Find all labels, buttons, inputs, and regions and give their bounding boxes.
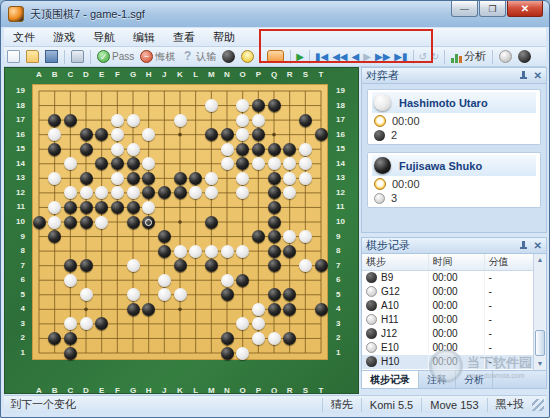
coord-letter-O-bottom: O [236,386,250,394]
move-coord: J12 [381,328,397,339]
orange-board-icon [267,50,284,63]
coord-letter-P-bottom: P [251,386,265,394]
coord-letter-D-top: D [79,70,93,79]
pass-button[interactable]: ✓ Pass [94,49,137,64]
move-time: 00:00 [428,313,484,327]
black-move-stone-icon [366,300,377,311]
menu-item-1[interactable]: 游戏 [44,28,84,47]
white-stone-K17 [174,114,187,127]
black-stone-Q4 [268,303,281,316]
coord-number-3-left: 3 [9,319,25,328]
minimize-button[interactable]: — [451,1,478,17]
black-stone-B15 [48,143,61,156]
coord-letter-E-top: E [95,70,109,79]
coord-letter-A-bottom: A [32,386,46,394]
tab-comments[interactable]: 注释 [419,371,456,388]
black-stone-Q13 [268,172,281,185]
white-stone-S15 [299,143,312,156]
coord-letter-L-top: L [189,70,203,79]
black-stone-icon [222,50,235,63]
move-row-B9[interactable]: B900:00- [362,271,546,285]
black-stone-N5 [221,288,234,301]
resign-button[interactable]: ? 认输 [178,49,219,65]
white-stone-P17 [252,114,265,127]
white-player-captures: 2 [391,129,397,141]
coord-letter-H-top: H [142,70,156,79]
lightbulb-icon [241,50,254,63]
coord-number-16-left: 16 [9,130,25,139]
black-stone-P16 [252,128,265,141]
coord-letter-C-top: C [63,70,77,79]
undo-label: 悔棋 [155,50,175,64]
white-player-stone-icon [374,94,391,111]
black-stone-G14 [127,157,140,170]
white-stone-D12 [80,186,93,199]
white-stone-F16 [111,128,124,141]
go-board-panel: AABBCCDDEEFFGGHHJJKKLLMMNNOOPPQQRRSSTT19… [4,67,359,394]
captured-black-stone-icon [374,130,385,141]
black-stone-D16 [80,128,93,141]
coord-number-10-left: 10 [9,217,25,226]
black-move-stone-icon [366,272,377,283]
white-stone-B11 [48,201,61,214]
white-stone-Q14 [268,157,281,170]
white-stone-C6 [64,274,77,287]
stone-toggle-button[interactable] [219,49,238,64]
white-stone-S9 [299,230,312,243]
coord-letter-R-top: R [283,70,297,79]
analyze-button[interactable]: 分析 [448,48,489,65]
coord-letter-P-top: P [251,70,265,79]
black-stone-Q9 [268,230,281,243]
black-stone-D13 [80,172,93,185]
white-stone-O1 [236,347,249,360]
white-player-name: Hashimoto Utaro [399,97,488,109]
black-ball-icon [518,50,531,63]
coord-number-17-right: 17 [336,115,352,124]
black-stone-M7 [205,259,218,272]
scrollbar[interactable]: ▲ ▼ [533,254,546,370]
white-stone-M8 [205,245,218,258]
menu-item-5[interactable]: 帮助 [204,28,244,47]
players-panel-title: 对弈者 [366,68,399,83]
pin-icon[interactable] [519,241,528,250]
fast-back-button[interactable]: ◀◀ [330,50,349,64]
close-button[interactable]: ✕ [507,1,543,17]
move-coord: H11 [381,314,399,325]
pin-icon[interactable] [519,71,528,80]
coord-number-11-left: 11 [9,202,25,211]
black-stone-J8 [158,245,171,258]
white-stone-M18 [205,99,218,112]
white-stone-N15 [221,143,234,156]
undo-arrow-button: ↺ [417,50,429,64]
coord-number-5-right: 5 [336,290,352,299]
coord-number-19-left: 19 [9,86,25,95]
white-stone-L8 [189,245,202,258]
save-button[interactable] [42,49,61,64]
coord-number-14-right: 14 [336,159,352,168]
black-stone-P18 [252,99,265,112]
coord-number-2-right: 2 [336,333,352,342]
black-stone-Q11 [268,201,281,214]
black-stone-G13 [127,172,140,185]
white-stone-N6 [221,274,234,287]
coord-number-6-left: 6 [9,275,25,284]
black-stone-M10 [205,216,218,229]
coord-letter-F-top: F [110,70,124,79]
move-time: 00:00 [428,355,484,369]
tab-move-record[interactable]: 棋步记录 [362,371,419,388]
black-stone-N2 [221,332,234,345]
panel-close-icon[interactable]: ✕ [534,70,542,81]
black-stone-N1 [221,347,234,360]
coord-number-8-right: 8 [336,246,352,255]
black-stone-C17 [64,114,77,127]
black-stone-O15 [236,143,249,156]
clock-icon [374,178,386,190]
scroll-down-icon[interactable]: ▼ [534,358,546,370]
coord-letter-M-bottom: M [204,386,218,394]
status-move-number: Move 153 [421,398,486,412]
coord-number-18-right: 18 [336,101,352,110]
new-file-button[interactable] [4,49,23,64]
white-stone-E10 [95,216,108,229]
coord-letter-J-bottom: J [157,386,171,394]
coord-number-9-left: 9 [9,232,25,241]
white-stone-G12 [127,186,140,199]
new-file-icon [7,50,20,63]
bar-chart-icon [451,51,462,63]
white-stone-M13 [205,172,218,185]
status-message: 到下一个变化 [4,397,322,412]
coord-number-16-right: 16 [336,130,352,139]
coord-letter-C-bottom: C [63,386,77,394]
menu-item-4[interactable]: 查看 [164,28,204,47]
coord-number-19-right: 19 [336,86,352,95]
coord-number-7-right: 7 [336,261,352,270]
scroll-thumb[interactable] [535,330,545,356]
black-stone-T16 [315,128,328,141]
coord-number-10-right: 10 [336,217,352,226]
tab-analysis[interactable]: 分析 [456,371,493,388]
white-stone-D3 [80,317,93,330]
white-stone-O8 [236,245,249,258]
undo-minus-icon: − [140,50,153,63]
black-stone-N16 [221,128,234,141]
coord-letter-D-bottom: D [79,386,93,394]
open-file-button[interactable] [23,49,42,64]
coord-number-14-left: 14 [9,159,25,168]
move-time: 00:00 [428,341,484,355]
move-time: 00:00 [428,299,484,313]
coord-number-18-left: 18 [9,101,25,110]
white-stone-H11 [142,201,155,214]
coord-letter-Q-top: Q [267,70,281,79]
record-col-0[interactable]: 棋步 [362,254,428,271]
coord-number-11-right: 11 [336,202,352,211]
move-coord: H10 [381,356,399,367]
redo-arrow-button: ↻ [429,50,441,64]
coord-number-17-left: 17 [9,115,25,124]
coord-letter-J-top: J [157,70,171,79]
record-panel-title: 棋步记录 [366,238,410,253]
undo-move-button[interactable]: − 悔棋 [137,49,178,65]
white-stone-N14 [221,157,234,170]
coord-letter-S-bottom: S [298,386,312,394]
coord-letter-S-top: S [298,70,312,79]
black-stone-T4 [315,303,328,316]
pass-label: Pass [112,51,134,62]
coord-number-12-right: 12 [336,188,352,197]
play-button[interactable]: ▶ [294,50,306,64]
white-stone-F15 [111,143,124,156]
black-stone-J9 [158,230,171,243]
move-row-A10[interactable]: A1000:00- [362,299,546,313]
black-move-stone-icon [366,356,377,367]
black-stone-Q10 [268,216,281,229]
black-stone-C7 [64,259,77,272]
coord-letter-N-top: N [220,70,234,79]
black-stone-Q12 [268,186,281,199]
status-nigiri: 猜先 [322,398,361,412]
black-stone-G4 [127,303,140,316]
black-stone-K13 [174,172,187,185]
black-stone-D11 [80,201,93,214]
menu-item-2[interactable]: 导航 [84,28,124,47]
open-folder-icon [26,50,39,63]
black-stone-R4 [283,303,296,316]
black-stone-Q18 [268,99,281,112]
coord-number-2-left: 2 [9,333,25,342]
black-stone-G10 [127,216,140,229]
analyze-label: 分析 [464,49,486,64]
players-box: Hashimoto Utaro 00:00 2 Fujisawa Shuko 0… [361,84,547,233]
white-move-stone-icon [366,286,377,297]
black-stone-Q15 [268,143,281,156]
black-stone-H4 [142,303,155,316]
coord-number-1-right: 1 [336,348,352,357]
black-player-stone-icon [374,157,391,174]
playback-controls: ▶▮◀◀◀◀▶▶▶▶▮↺↻ [294,50,441,64]
move-time: 00:00 [428,285,484,299]
coord-number-3-right: 3 [336,319,352,328]
coord-number-13-left: 13 [9,173,25,182]
white-stone-R13 [283,172,296,185]
coord-letter-L-bottom: L [189,386,203,394]
resign-label: 认输 [196,50,216,64]
coord-letter-F-bottom: F [110,386,124,394]
black-player-time: 00:00 [392,178,420,190]
white-stone-G5 [127,288,140,301]
black-stone-K12 [174,186,187,199]
record-col-1[interactable]: 时间 [428,254,484,271]
black-stone-D10 [80,216,93,229]
black-stone-F11 [111,201,124,214]
black-stone-M16 [205,128,218,141]
white-stone-S13 [299,172,312,185]
white-stone-O13 [236,172,249,185]
black-stone-R8 [283,245,296,258]
move-coord: B9 [381,272,393,283]
panel-close-icon[interactable]: ✕ [534,240,542,251]
coord-number-15-left: 15 [9,144,25,153]
black-stone-C11 [64,201,77,214]
white-player-card: Hashimoto Utaro 00:00 2 [367,89,541,145]
white-stone-F17 [111,114,124,127]
black-player-button[interactable] [515,49,534,64]
coord-letter-R-bottom: R [283,386,297,394]
coord-letter-T-bottom: T [314,386,328,394]
move-time: 00:00 [428,271,484,285]
white-stone-K5 [174,288,187,301]
black-stone-A10 [33,216,46,229]
white-stone-G17 [127,114,140,127]
coord-letter-O-top: O [236,70,250,79]
coord-number-8-left: 8 [9,246,25,255]
white-stone-S7 [299,259,312,272]
window-title: 天顶围棋7 - game-1.sgf [30,7,145,22]
black-stone-O6 [236,274,249,287]
app-window: 天顶围棋7 - game-1.sgf — ❐ ✕ 文件游戏导航编辑查看帮助 ✓ … [0,0,550,418]
move-row-H11[interactable]: H1100:00- [362,313,546,327]
white-stone-B10 [48,216,61,229]
black-stone-G11 [127,201,140,214]
move-coord: E10 [381,342,399,353]
status-komi: Komi 5.5 [361,398,421,412]
first-move-button[interactable]: ▮◀ [313,50,330,64]
app-icon [8,6,24,22]
black-stone-E11 [95,201,108,214]
coord-letter-M-top: M [204,70,218,79]
white-player-time: 00:00 [392,115,420,127]
coord-number-12-left: 12 [9,188,25,197]
coord-number-4-left: 4 [9,304,25,313]
black-stone-H10-last-move [142,216,155,229]
white-stone-P2 [252,332,265,345]
toolbar: ✓ Pass − 悔棋 ? 认输 ▶▮◀◀◀◀▶▶▶▶▮↺↻ 分析 [4,47,546,67]
resize-grip[interactable] [532,399,544,411]
move-coord: A10 [381,300,399,311]
back-button[interactable]: ◀ [350,50,362,64]
coord-letter-G-bottom: G [126,386,140,394]
white-ball-icon [499,50,512,63]
coord-number-4-right: 4 [336,304,352,313]
pass-check-icon: ✓ [97,50,110,63]
coord-letter-B-bottom: B [48,386,62,394]
black-player-name: Fujisawa Shuko [399,160,482,172]
black-stone-K7 [174,259,187,272]
last-move-button[interactable]: ▶▮ [392,50,409,64]
coord-number-7-left: 7 [9,261,25,270]
move-row-G12[interactable]: G1200:00- [362,285,546,299]
coord-number-9-right: 9 [336,232,352,241]
black-stone-C10 [64,216,77,229]
captured-white-stone-icon [374,193,385,204]
black-player-captures: 3 [391,192,397,204]
coord-letter-H-bottom: H [142,386,156,394]
black-stone-Q7 [268,259,281,272]
black-move-stone-icon [366,328,377,339]
menu-item-0[interactable]: 文件 [4,28,44,47]
coord-letter-A-top: A [32,70,46,79]
black-stone-B2 [48,332,61,345]
scroll-up-icon[interactable]: ▲ [534,254,546,266]
black-stone-P15 [252,143,265,156]
record-tabs: 棋步记录注释分析 [361,371,547,389]
players-panel-header: 对弈者 ✕ [361,67,547,84]
resign-question-icon: ? [181,50,194,63]
coord-letter-G-top: G [126,70,140,79]
status-bar: 到下一个变化 猜先 Komi 5.5 Move 153 黑+投 [4,395,546,413]
white-stone-O17 [236,114,249,127]
white-stone-B13 [48,172,61,185]
white-move-stone-icon [366,342,377,353]
record-panel-header: 棋步记录 ✕ [361,237,547,254]
move-time: 00:00 [428,327,484,341]
move-row-H10[interactable]: H1000:00- [362,355,546,369]
coord-number-5-left: 5 [9,290,25,299]
black-stone-P9 [252,230,265,243]
white-stone-J6 [158,274,171,287]
black-stone-T7 [315,259,328,272]
white-stone-F13 [111,172,124,185]
coord-letter-K-top: K [173,70,187,79]
black-player-card: Fujisawa Shuko 00:00 3 [367,152,541,208]
white-stone-D5 [80,288,93,301]
coord-number-6-right: 6 [336,275,352,284]
move-row-E10[interactable]: E1000:00- [362,341,546,355]
menu-item-3[interactable]: 编辑 [124,28,164,47]
white-stone-K8 [174,245,187,258]
black-stone-Q8 [268,245,281,258]
status-result: 黑+投 [487,398,532,412]
black-stone-H13 [142,172,155,185]
black-stone-C2 [64,332,77,345]
coord-number-1-left: 1 [9,348,25,357]
black-stone-R2 [283,332,296,345]
coord-letter-K-bottom: K [173,386,187,394]
black-stone-D7 [80,259,93,272]
coord-number-15-right: 15 [336,144,352,153]
move-coord: G12 [381,286,400,297]
forward-button: ▶ [361,50,373,64]
white-stone-G7 [127,259,140,272]
printer-icon [71,50,84,63]
coord-letter-Q-bottom: Q [267,386,281,394]
move-record-table: 棋步时间分值B900:00-G1200:00-A1000:00-H1100:00… [361,254,547,371]
maximize-button[interactable]: ❐ [479,1,506,17]
clock-icon [374,115,386,127]
board-view-button[interactable] [264,49,287,64]
save-icon [45,50,58,63]
black-stone-B17 [48,114,61,127]
white-stone-N8 [221,245,234,258]
coord-letter-T-top: T [314,70,328,79]
black-stone-C1 [64,347,77,360]
fast-forward-button[interactable]: ▶▶ [373,50,392,64]
white-stone-Q2 [268,332,281,345]
go-board[interactable] [32,84,328,360]
title-bar[interactable]: 天顶围棋7 - game-1.sgf — ❐ ✕ [1,1,549,27]
print-button[interactable] [68,49,87,64]
white-stone-G15 [127,143,140,156]
coord-letter-N-bottom: N [220,386,234,394]
white-player-button[interactable] [496,49,515,64]
move-row-J12[interactable]: J1200:00- [362,327,546,341]
black-stone-D15 [80,143,93,156]
hint-button[interactable] [238,49,257,64]
